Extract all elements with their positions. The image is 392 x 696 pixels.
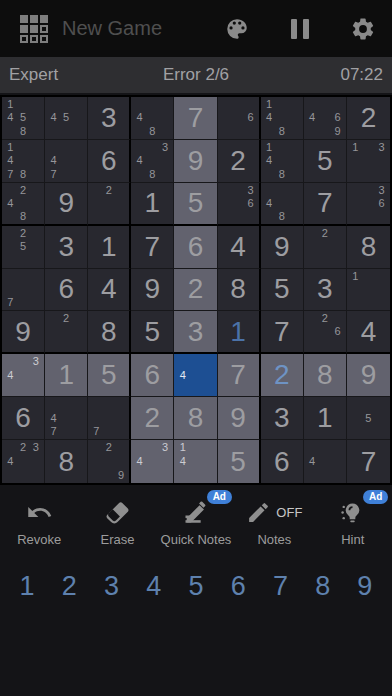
revoke-label: Revoke [17,532,61,547]
pencil-notes: 36 [349,184,388,223]
cell-r5c3[interactable]: 4 [88,269,131,312]
cell-r3c9[interactable]: 36 [347,183,390,226]
pencil-notes: 48 [263,184,301,223]
cell-r9c3[interactable]: 29 [88,440,131,483]
cell-r6c6[interactable]: 1 [218,311,261,354]
pencil-icon [246,500,271,525]
given-digit: 6 [58,275,74,303]
cell-r8c8[interactable]: 1 [304,397,347,440]
theme-palette-button[interactable] [222,14,252,44]
numpad-4[interactable]: 4 [133,571,175,602]
cell-r7c5[interactable]: 4 [174,354,217,397]
cell-r2c6[interactable]: 2 [218,140,261,183]
cell-r3c7[interactable]: 48 [261,183,304,226]
cell-r9c2[interactable]: 8 [45,440,88,483]
pencil-notes: 5 [349,398,388,438]
pencil-notes: 1478 [4,141,42,181]
cell-r7c8[interactable]: 8 [304,354,347,397]
cell-r7c1[interactable]: 34 [2,354,45,397]
pencil-notes: 26 [306,312,344,351]
given-digit: 2 [230,147,246,175]
cell-r1c2[interactable]: 45 [45,97,88,140]
user-digit: 1 [230,318,246,346]
lightbulb-icon [339,499,366,526]
pencil-paper-icon [182,498,210,526]
hint-button[interactable]: Ad Hint [314,497,392,547]
number-pad: 1 2 3 4 5 6 7 8 9 [0,571,392,602]
given-digit: 8 [188,404,204,432]
given-digit: 7 [188,104,204,132]
quick-notes-label: Quick Notes [161,532,232,547]
cell-r3c2[interactable]: 9 [45,183,88,226]
cell-r1c8[interactable]: 469 [304,97,347,140]
cell-r1c7[interactable]: 148 [261,97,304,140]
pencil-notes: 469 [306,98,344,138]
cell-r5c1[interactable]: 7 [2,269,45,312]
cell-r4c3[interactable]: 1 [88,226,131,269]
cell-r4c7[interactable]: 9 [261,226,304,269]
palette-icon [224,16,250,42]
pencil-notes: 4 [306,441,344,482]
given-digit: 5 [317,147,333,175]
given-digit: 8 [361,233,377,261]
pencil-notes: 2 [306,227,344,267]
numpad-9[interactable]: 9 [344,571,386,602]
cell-r1c3[interactable]: 3 [88,97,131,140]
given-digit: 7 [274,318,290,346]
pencil-notes: 7 [4,270,42,310]
cell-r8c5[interactable]: 8 [174,397,217,440]
cell-r4c5[interactable]: 6 [174,226,217,269]
top-bar: New Game [0,0,392,57]
pencil-notes: 148 [263,98,301,138]
page-title[interactable]: New Game [62,17,162,40]
pause-button[interactable] [285,14,315,44]
given-digit: 8 [317,361,333,389]
pencil-notes: 1 [349,270,388,310]
pencil-notes: 2 [47,312,85,351]
pencil-notes: 47 [47,398,85,438]
erase-button[interactable]: Erase [78,497,156,547]
error-counter: Error 2/6 [0,65,392,85]
cell-r9c5[interactable]: 14 [174,440,217,483]
cell-r5c9[interactable]: 1 [347,269,390,312]
cell-r6c3[interactable]: 8 [88,311,131,354]
numpad-5[interactable]: 5 [175,571,217,602]
cell-r1c5[interactable]: 7 [174,97,217,140]
undo-icon [26,499,53,526]
given-digit: 9 [145,275,161,303]
pencil-notes: 1458 [4,98,42,138]
cell-r6c1[interactable]: 9 [2,311,45,354]
cell-r8c9[interactable]: 5 [347,397,390,440]
pencil-notes: 45 [47,98,85,138]
numpad-7[interactable]: 7 [259,571,301,602]
given-digit: 7 [145,233,161,261]
given-digit: 6 [188,233,204,261]
given-digit: 3 [317,275,333,303]
given-digit: 4 [230,233,246,261]
given-digit: 9 [58,189,74,217]
pencil-notes: 25 [4,227,42,267]
cell-r7c7[interactable]: 2 [261,354,304,397]
cell-r4c8[interactable]: 2 [304,226,347,269]
cell-r6c7[interactable]: 7 [261,311,304,354]
cell-r1c9[interactable]: 2 [347,97,390,140]
cell-r2c8[interactable]: 5 [304,140,347,183]
cell-r9c7[interactable]: 6 [261,440,304,483]
cell-r6c5[interactable]: 3 [174,311,217,354]
given-digit: 5 [101,361,117,389]
pencil-notes: 47 [47,141,85,181]
cell-r9c6[interactable]: 5 [218,440,261,483]
quick-notes-button[interactable]: Ad Quick Notes [157,497,235,547]
pencil-notes: 248 [4,184,42,223]
given-digit: 9 [188,147,204,175]
cell-r4c9[interactable]: 8 [347,226,390,269]
cell-r8c1[interactable]: 6 [2,397,45,440]
erase-label: Erase [101,532,135,547]
given-digit: 7 [317,189,333,217]
pencil-notes: 7 [90,398,127,438]
hint-label: Hint [341,532,364,547]
given-digit: 5 [274,275,290,303]
cell-r5c5[interactable]: 2 [174,269,217,312]
given-digit: 3 [101,104,117,132]
given-digit: 6 [274,448,290,476]
given-digit: 6 [145,361,161,389]
pencil-notes: 34 [133,441,171,482]
given-digit: 1 [58,361,74,389]
given-digit: 1 [145,189,161,217]
cell-r3c6[interactable]: 36 [218,183,261,226]
given-digit: 2 [188,275,204,303]
cell-r5c6[interactable]: 8 [218,269,261,312]
cell-r6c9[interactable]: 4 [347,311,390,354]
cell-r7c2[interactable]: 1 [45,354,88,397]
cell-r8c6[interactable]: 9 [218,397,261,440]
cell-r5c4[interactable]: 9 [131,269,174,312]
cell-r8c4[interactable]: 2 [131,397,174,440]
pencil-notes: 14 [176,441,214,482]
cell-r4c4[interactable]: 7 [131,226,174,269]
given-digit: 9 [230,404,246,432]
cell-r5c2[interactable]: 6 [45,269,88,312]
eraser-icon [104,499,131,526]
cell-r2c4[interactable]: 348 [131,140,174,183]
toolbar: Revoke Erase Ad Quick Notes OFF [0,497,392,547]
ad-badge: Ad [363,490,388,504]
cell-r2c1[interactable]: 1478 [2,140,45,183]
given-digit: 3 [274,404,290,432]
cell-r9c9[interactable]: 7 [347,440,390,483]
cell-r4c1[interactable]: 25 [2,226,45,269]
given-digit: 7 [361,448,377,476]
given-digit: 8 [58,448,74,476]
cell-r7c4[interactable]: 6 [131,354,174,397]
cell-r1c1[interactable]: 1458 [2,97,45,140]
cell-r5c7[interactable]: 5 [261,269,304,312]
given-digit: 5 [230,448,246,476]
notes-label: Notes [257,532,291,547]
cell-r7c9[interactable]: 9 [347,354,390,397]
gear-icon [350,16,376,42]
sudoku-board: 1458453487614846921478476348921485132489… [0,95,392,485]
cell-r7c6[interactable]: 7 [218,354,261,397]
pencil-notes: 348 [133,141,171,181]
cell-r2c5[interactable]: 9 [174,140,217,183]
pencil-notes: 4 [176,355,214,395]
user-digit: 2 [274,361,290,389]
given-digit: 2 [145,404,161,432]
given-digit: 8 [230,275,246,303]
pause-icon [291,19,309,39]
given-digit: 1 [101,233,117,261]
given-digit: 3 [188,318,204,346]
cell-r6c8[interactable]: 26 [304,311,347,354]
given-digit: 2 [361,104,377,132]
cell-r6c4[interactable]: 5 [131,311,174,354]
pencil-notes: 34 [4,355,42,395]
menu-grid-icon[interactable] [20,15,48,43]
given-digit: 9 [274,233,290,261]
numpad-2[interactable]: 2 [48,571,90,602]
cell-r8c3[interactable]: 7 [88,397,131,440]
cell-r4c2[interactable]: 3 [45,226,88,269]
pencil-notes: 6 [220,98,257,138]
pencil-notes: 2 [90,184,127,223]
pencil-notes: 13 [349,141,388,181]
cell-r9c4[interactable]: 34 [131,440,174,483]
cell-r6c2[interactable]: 2 [45,311,88,354]
cell-r2c7[interactable]: 148 [261,140,304,183]
numpad-6[interactable]: 6 [217,571,259,602]
numpad-1[interactable]: 1 [6,571,48,602]
cell-r8c2[interactable]: 47 [45,397,88,440]
given-digit: 5 [188,189,204,217]
given-digit: 3 [58,233,74,261]
numpad-8[interactable]: 8 [302,571,344,602]
given-digit: 9 [361,361,377,389]
given-digit: 4 [361,318,377,346]
status-bar: Expert Error 2/6 07:22 [0,57,392,93]
cell-r2c9[interactable]: 13 [347,140,390,183]
notes-state: OFF [276,505,302,520]
numpad-3[interactable]: 3 [90,571,132,602]
given-digit: 6 [15,404,31,432]
pencil-notes: 48 [133,98,171,138]
given-digit: 4 [101,275,117,303]
cell-r1c4[interactable]: 48 [131,97,174,140]
given-digit: 6 [101,147,117,175]
notes-button[interactable]: OFF Notes [235,497,313,547]
pencil-notes: 234 [4,441,42,482]
settings-button[interactable] [348,14,378,44]
given-digit: 9 [15,318,31,346]
cell-r3c8[interactable]: 7 [304,183,347,226]
revoke-button[interactable]: Revoke [0,497,78,547]
given-digit: 7 [230,361,246,389]
given-digit: 8 [101,318,117,346]
cell-r8c7[interactable]: 3 [261,397,304,440]
cell-r3c5[interactable]: 5 [174,183,217,226]
cell-r5c8[interactable]: 3 [304,269,347,312]
pencil-notes: 29 [90,441,127,482]
cell-r3c3[interactable]: 2 [88,183,131,226]
pencil-notes: 148 [263,141,301,181]
cell-r2c3[interactable]: 6 [88,140,131,183]
cell-r1c6[interactable]: 6 [218,97,261,140]
cell-r2c2[interactable]: 47 [45,140,88,183]
pencil-notes: 36 [220,184,257,223]
ad-badge: Ad [207,490,232,504]
cell-r9c8[interactable]: 4 [304,440,347,483]
cell-r3c4[interactable]: 1 [131,183,174,226]
cell-r4c6[interactable]: 4 [218,226,261,269]
given-digit: 1 [317,404,333,432]
cell-r3c1[interactable]: 248 [2,183,45,226]
cell-r7c3[interactable]: 5 [88,354,131,397]
given-digit: 5 [145,318,161,346]
cell-r9c1[interactable]: 234 [2,440,45,483]
